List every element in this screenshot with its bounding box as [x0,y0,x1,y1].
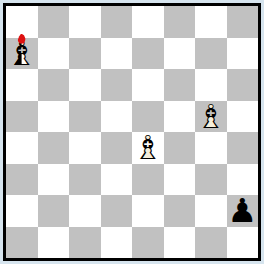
chessboard: ♝♝♗♝♗♝♗♟ [6,6,258,258]
square-d6 [101,69,133,101]
square-g3 [195,164,227,196]
square-c2 [69,195,101,227]
square-g2 [195,195,227,227]
square-c6 [69,69,101,101]
square-a3 [6,164,38,196]
square-a6 [6,69,38,101]
square-a5 [6,101,38,133]
piece-glyph: ♟ [227,195,259,227]
square-c1 [69,227,101,259]
square-h2: ♟ [227,195,259,227]
square-f1 [164,227,196,259]
white-bishop-e4: ♝♗ [132,132,164,164]
square-f6 [164,69,196,101]
square-a4 [6,132,38,164]
square-c3 [69,164,101,196]
square-b8 [38,6,70,38]
square-a2 [6,195,38,227]
square-c7 [69,38,101,70]
square-e3 [132,164,164,196]
piece-glyph: ♗ [132,132,164,164]
square-d1 [101,227,133,259]
square-e4: ♝♗ [132,132,164,164]
square-b1 [38,227,70,259]
white-bishop-g5: ♝♗ [195,101,227,133]
square-g1 [195,227,227,259]
square-a7: ♝♝♗ [6,38,38,70]
square-g5: ♝♗ [195,101,227,133]
square-d3 [101,164,133,196]
square-c4 [69,132,101,164]
square-f5 [164,101,196,133]
square-e8 [132,6,164,38]
square-f4 [164,132,196,164]
square-g6 [195,69,227,101]
square-h6 [227,69,259,101]
piece-glyph: ♗ [195,101,227,133]
square-g7 [195,38,227,70]
square-f2 [164,195,196,227]
square-c8 [69,6,101,38]
square-d2 [101,195,133,227]
square-h7 [227,38,259,70]
square-e2 [132,195,164,227]
square-b3 [38,164,70,196]
square-h4 [227,132,259,164]
square-d8 [101,6,133,38]
square-g8 [195,6,227,38]
square-f7 [164,38,196,70]
square-d5 [101,101,133,133]
neutral-bishop-a7: ♝♝♗ [6,38,38,70]
square-b6 [38,69,70,101]
black-pawn-h2: ♟ [227,195,259,227]
square-b2 [38,195,70,227]
chessboard-frame: ♝♝♗♝♗♝♗♟ [3,3,261,261]
square-h1 [227,227,259,259]
square-e1 [132,227,164,259]
square-f8 [164,6,196,38]
square-h8 [227,6,259,38]
square-b7 [38,38,70,70]
square-f3 [164,164,196,196]
square-b4 [38,132,70,164]
square-b5 [38,101,70,133]
square-a1 [6,227,38,259]
square-a8 [6,6,38,38]
square-h5 [227,101,259,133]
square-d7 [101,38,133,70]
square-g4 [195,132,227,164]
square-e7 [132,38,164,70]
square-d4 [101,132,133,164]
square-e6 [132,69,164,101]
square-c5 [69,101,101,133]
